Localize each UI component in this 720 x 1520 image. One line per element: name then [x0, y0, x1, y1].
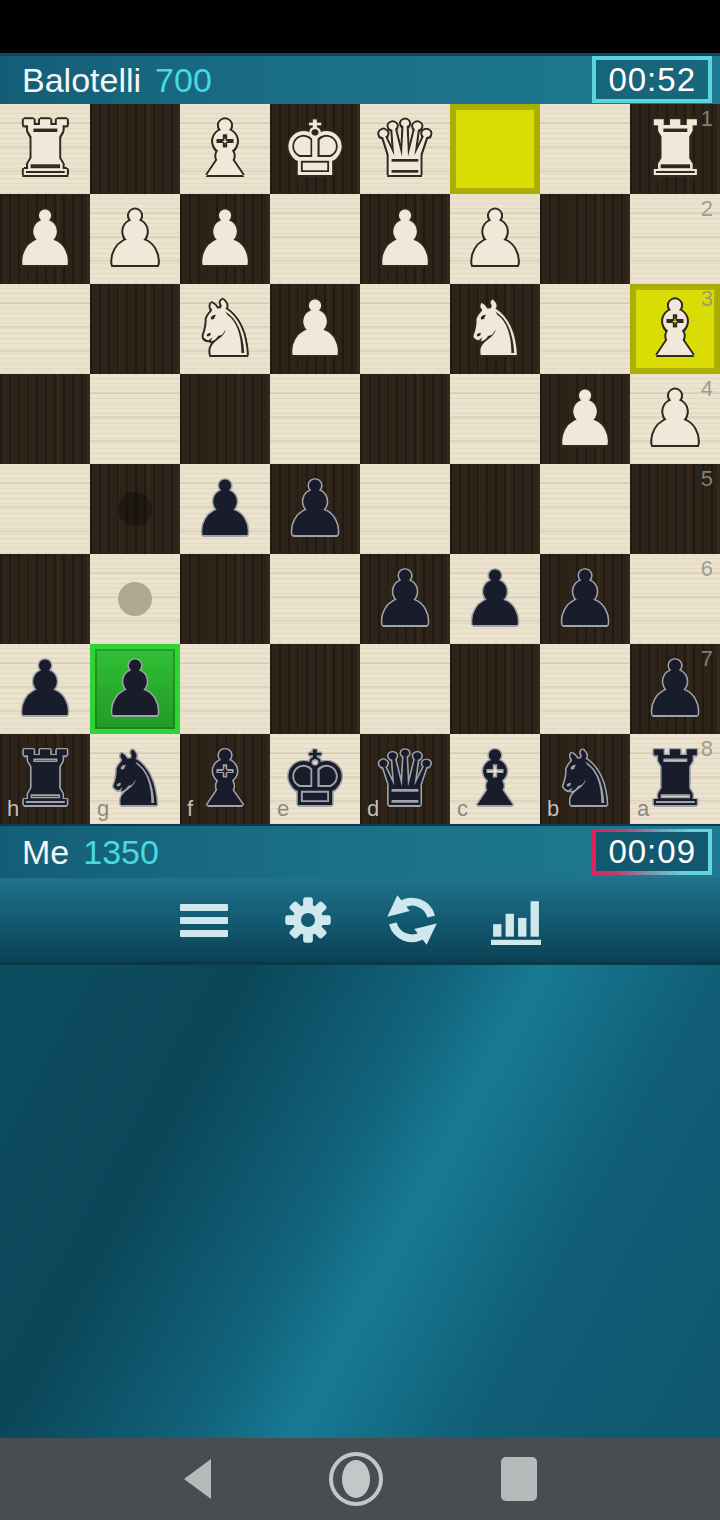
- square-a4[interactable]: ♟4: [630, 374, 720, 464]
- piece-bP-c6[interactable]: ♟: [450, 554, 540, 644]
- square-d5[interactable]: [360, 464, 450, 554]
- square-a1[interactable]: ♜1: [630, 104, 720, 194]
- status-bar: [0, 0, 720, 53]
- square-a2[interactable]: 2: [630, 194, 720, 284]
- file-label-h: h: [7, 796, 19, 822]
- home-button[interactable]: [329, 1452, 383, 1506]
- file-label-e: e: [277, 796, 289, 822]
- opponent-bar: Balotelli 700 00:52: [0, 53, 720, 104]
- piece-wK-e1[interactable]: ♚: [270, 104, 360, 194]
- rank-label-7: 7: [701, 646, 713, 672]
- square-d1[interactable]: ♛: [360, 104, 450, 194]
- rank-label-5: 5: [701, 466, 713, 492]
- rank-label-8: 8: [701, 736, 713, 762]
- rank-label-1: 1: [701, 106, 713, 132]
- square-g6[interactable]: [90, 554, 180, 644]
- settings-gear-icon: [282, 894, 334, 946]
- square-b3[interactable]: [540, 284, 630, 374]
- square-g1[interactable]: [90, 104, 180, 194]
- square-a5[interactable]: 5: [630, 464, 720, 554]
- file-label-d: d: [367, 796, 379, 822]
- square-g5[interactable]: [90, 464, 180, 554]
- player-clock-time: 00:09: [596, 832, 708, 871]
- player-clock: 00:09: [592, 829, 712, 875]
- player-bar: Me 1350 00:09: [0, 824, 720, 878]
- rank-label-2: 2: [701, 196, 713, 222]
- square-a6[interactable]: 6: [630, 554, 720, 644]
- square-f6[interactable]: [180, 554, 270, 644]
- square-a8[interactable]: ♜8a: [630, 734, 720, 824]
- flip-board-icon: [385, 893, 439, 947]
- piece-bB-f8[interactable]: ♝: [180, 734, 270, 824]
- menu-icon: [179, 900, 229, 940]
- piece-bP-b6[interactable]: ♟: [540, 554, 630, 644]
- settings-button[interactable]: [279, 891, 337, 949]
- square-f4[interactable]: [180, 374, 270, 464]
- square-d6[interactable]: ♟: [360, 554, 450, 644]
- piece-bP-d6[interactable]: ♟: [360, 554, 450, 644]
- home-icon: [329, 1452, 383, 1506]
- piece-wN-f3[interactable]: ♞: [180, 284, 270, 374]
- square-f8[interactable]: ♝f: [180, 734, 270, 824]
- square-e8[interactable]: ♚e: [270, 734, 360, 824]
- opponent-name: Balotelli: [22, 61, 141, 100]
- square-b5[interactable]: [540, 464, 630, 554]
- piece-bP-f5[interactable]: ♟: [180, 464, 270, 554]
- piece-wR-h1[interactable]: ♜: [0, 104, 90, 194]
- square-h6[interactable]: [0, 554, 90, 644]
- file-label-g: g: [97, 796, 109, 822]
- square-d3[interactable]: [360, 284, 450, 374]
- piece-wP-e3[interactable]: ♟: [270, 284, 360, 374]
- square-d4[interactable]: [360, 374, 450, 464]
- piece-wN-c3[interactable]: ♞: [450, 284, 540, 374]
- square-e7[interactable]: [270, 644, 360, 734]
- square-g8[interactable]: ♞g: [90, 734, 180, 824]
- square-e4[interactable]: [270, 374, 360, 464]
- square-e5[interactable]: ♟: [270, 464, 360, 554]
- square-a7[interactable]: ♟7: [630, 644, 720, 734]
- stats-chart-icon: [491, 895, 541, 945]
- square-f5[interactable]: ♟: [180, 464, 270, 554]
- move-hint-dot-g6[interactable]: [118, 582, 152, 616]
- piece-wP-h2[interactable]: ♟: [0, 194, 90, 284]
- player-name: Me: [22, 833, 69, 872]
- opponent-clock: 00:52: [592, 61, 712, 99]
- square-e3[interactable]: ♟: [270, 284, 360, 374]
- square-b6[interactable]: ♟: [540, 554, 630, 644]
- square-g7[interactable]: ♟: [90, 644, 180, 734]
- android-nav-bar: [0, 1438, 720, 1520]
- square-e1[interactable]: ♚: [270, 104, 360, 194]
- square-c5[interactable]: [450, 464, 540, 554]
- flip-board-button[interactable]: [383, 891, 441, 949]
- square-d7[interactable]: [360, 644, 450, 734]
- square-d2[interactable]: ♟: [360, 194, 450, 284]
- opponent-rating: 700: [155, 61, 212, 100]
- piece-bP-e5[interactable]: ♟: [270, 464, 360, 554]
- square-h5[interactable]: [0, 464, 90, 554]
- square-c6[interactable]: ♟: [450, 554, 540, 644]
- square-b7[interactable]: [540, 644, 630, 734]
- back-button[interactable]: [184, 1459, 211, 1499]
- piece-wP-f2[interactable]: ♟: [180, 194, 270, 284]
- piece-wQ-d1[interactable]: ♛: [360, 104, 450, 194]
- game-toolbar: [0, 878, 720, 962]
- square-c8[interactable]: ♝c: [450, 734, 540, 824]
- move-hint-dot-g5[interactable]: [118, 492, 152, 526]
- square-c7[interactable]: [450, 644, 540, 734]
- square-c3[interactable]: ♞: [450, 284, 540, 374]
- background-panel: [0, 962, 720, 1438]
- rank-label-6: 6: [701, 556, 713, 582]
- square-f1[interactable]: ♝: [180, 104, 270, 194]
- square-g4[interactable]: [90, 374, 180, 464]
- square-b2[interactable]: [540, 194, 630, 284]
- square-h8[interactable]: ♜h: [0, 734, 90, 824]
- piece-bP-h7[interactable]: ♟: [0, 644, 90, 734]
- square-f2[interactable]: ♟: [180, 194, 270, 284]
- square-e2[interactable]: [270, 194, 360, 284]
- piece-bP-g7[interactable]: ♟: [90, 644, 180, 734]
- square-b1[interactable]: [540, 104, 630, 194]
- square-b4[interactable]: ♟: [540, 374, 630, 464]
- square-h7[interactable]: ♟: [0, 644, 90, 734]
- piece-wP-c2[interactable]: ♟: [450, 194, 540, 284]
- square-b8[interactable]: ♞b: [540, 734, 630, 824]
- menu-button[interactable]: [175, 891, 233, 949]
- player-rating: 1350: [83, 833, 159, 872]
- file-label-f: f: [187, 796, 193, 822]
- back-icon: [184, 1459, 211, 1499]
- piece-wB-f1[interactable]: ♝: [180, 104, 270, 194]
- square-c2[interactable]: ♟: [450, 194, 540, 284]
- file-label-b: b: [547, 796, 559, 822]
- square-f3[interactable]: ♞: [180, 284, 270, 374]
- square-g2[interactable]: ♟: [90, 194, 180, 284]
- square-c4[interactable]: [450, 374, 540, 464]
- recents-icon: [501, 1457, 537, 1501]
- square-h4[interactable]: [0, 374, 90, 464]
- chess-board[interactable]: ♜♝♚♛♜1♟♟♟♟♟2♞♟♞♝3♟♟4♟♟5♟♟♟6♟♟♟7♜h♞g♝f♚e♛…: [0, 104, 720, 824]
- square-a3[interactable]: ♝3: [630, 284, 720, 374]
- square-e6[interactable]: [270, 554, 360, 644]
- square-h3[interactable]: [0, 284, 90, 374]
- recents-button[interactable]: [501, 1457, 537, 1501]
- rank-label-4: 4: [701, 376, 713, 402]
- opponent-clock-time: 00:52: [592, 56, 712, 103]
- square-d8[interactable]: ♛d: [360, 734, 450, 824]
- piece-wP-b4[interactable]: ♟: [540, 374, 630, 464]
- file-label-a: a: [637, 796, 649, 822]
- square-c1[interactable]: [450, 104, 540, 194]
- square-h1[interactable]: ♜: [0, 104, 90, 194]
- square-h2[interactable]: ♟: [0, 194, 90, 284]
- square-f7[interactable]: [180, 644, 270, 734]
- file-label-c: c: [457, 796, 468, 822]
- piece-wP-g2[interactable]: ♟: [90, 194, 180, 284]
- rank-label-3: 3: [701, 286, 713, 312]
- piece-wP-d2[interactable]: ♟: [360, 194, 450, 284]
- square-g3[interactable]: [90, 284, 180, 374]
- stats-button[interactable]: [487, 891, 545, 949]
